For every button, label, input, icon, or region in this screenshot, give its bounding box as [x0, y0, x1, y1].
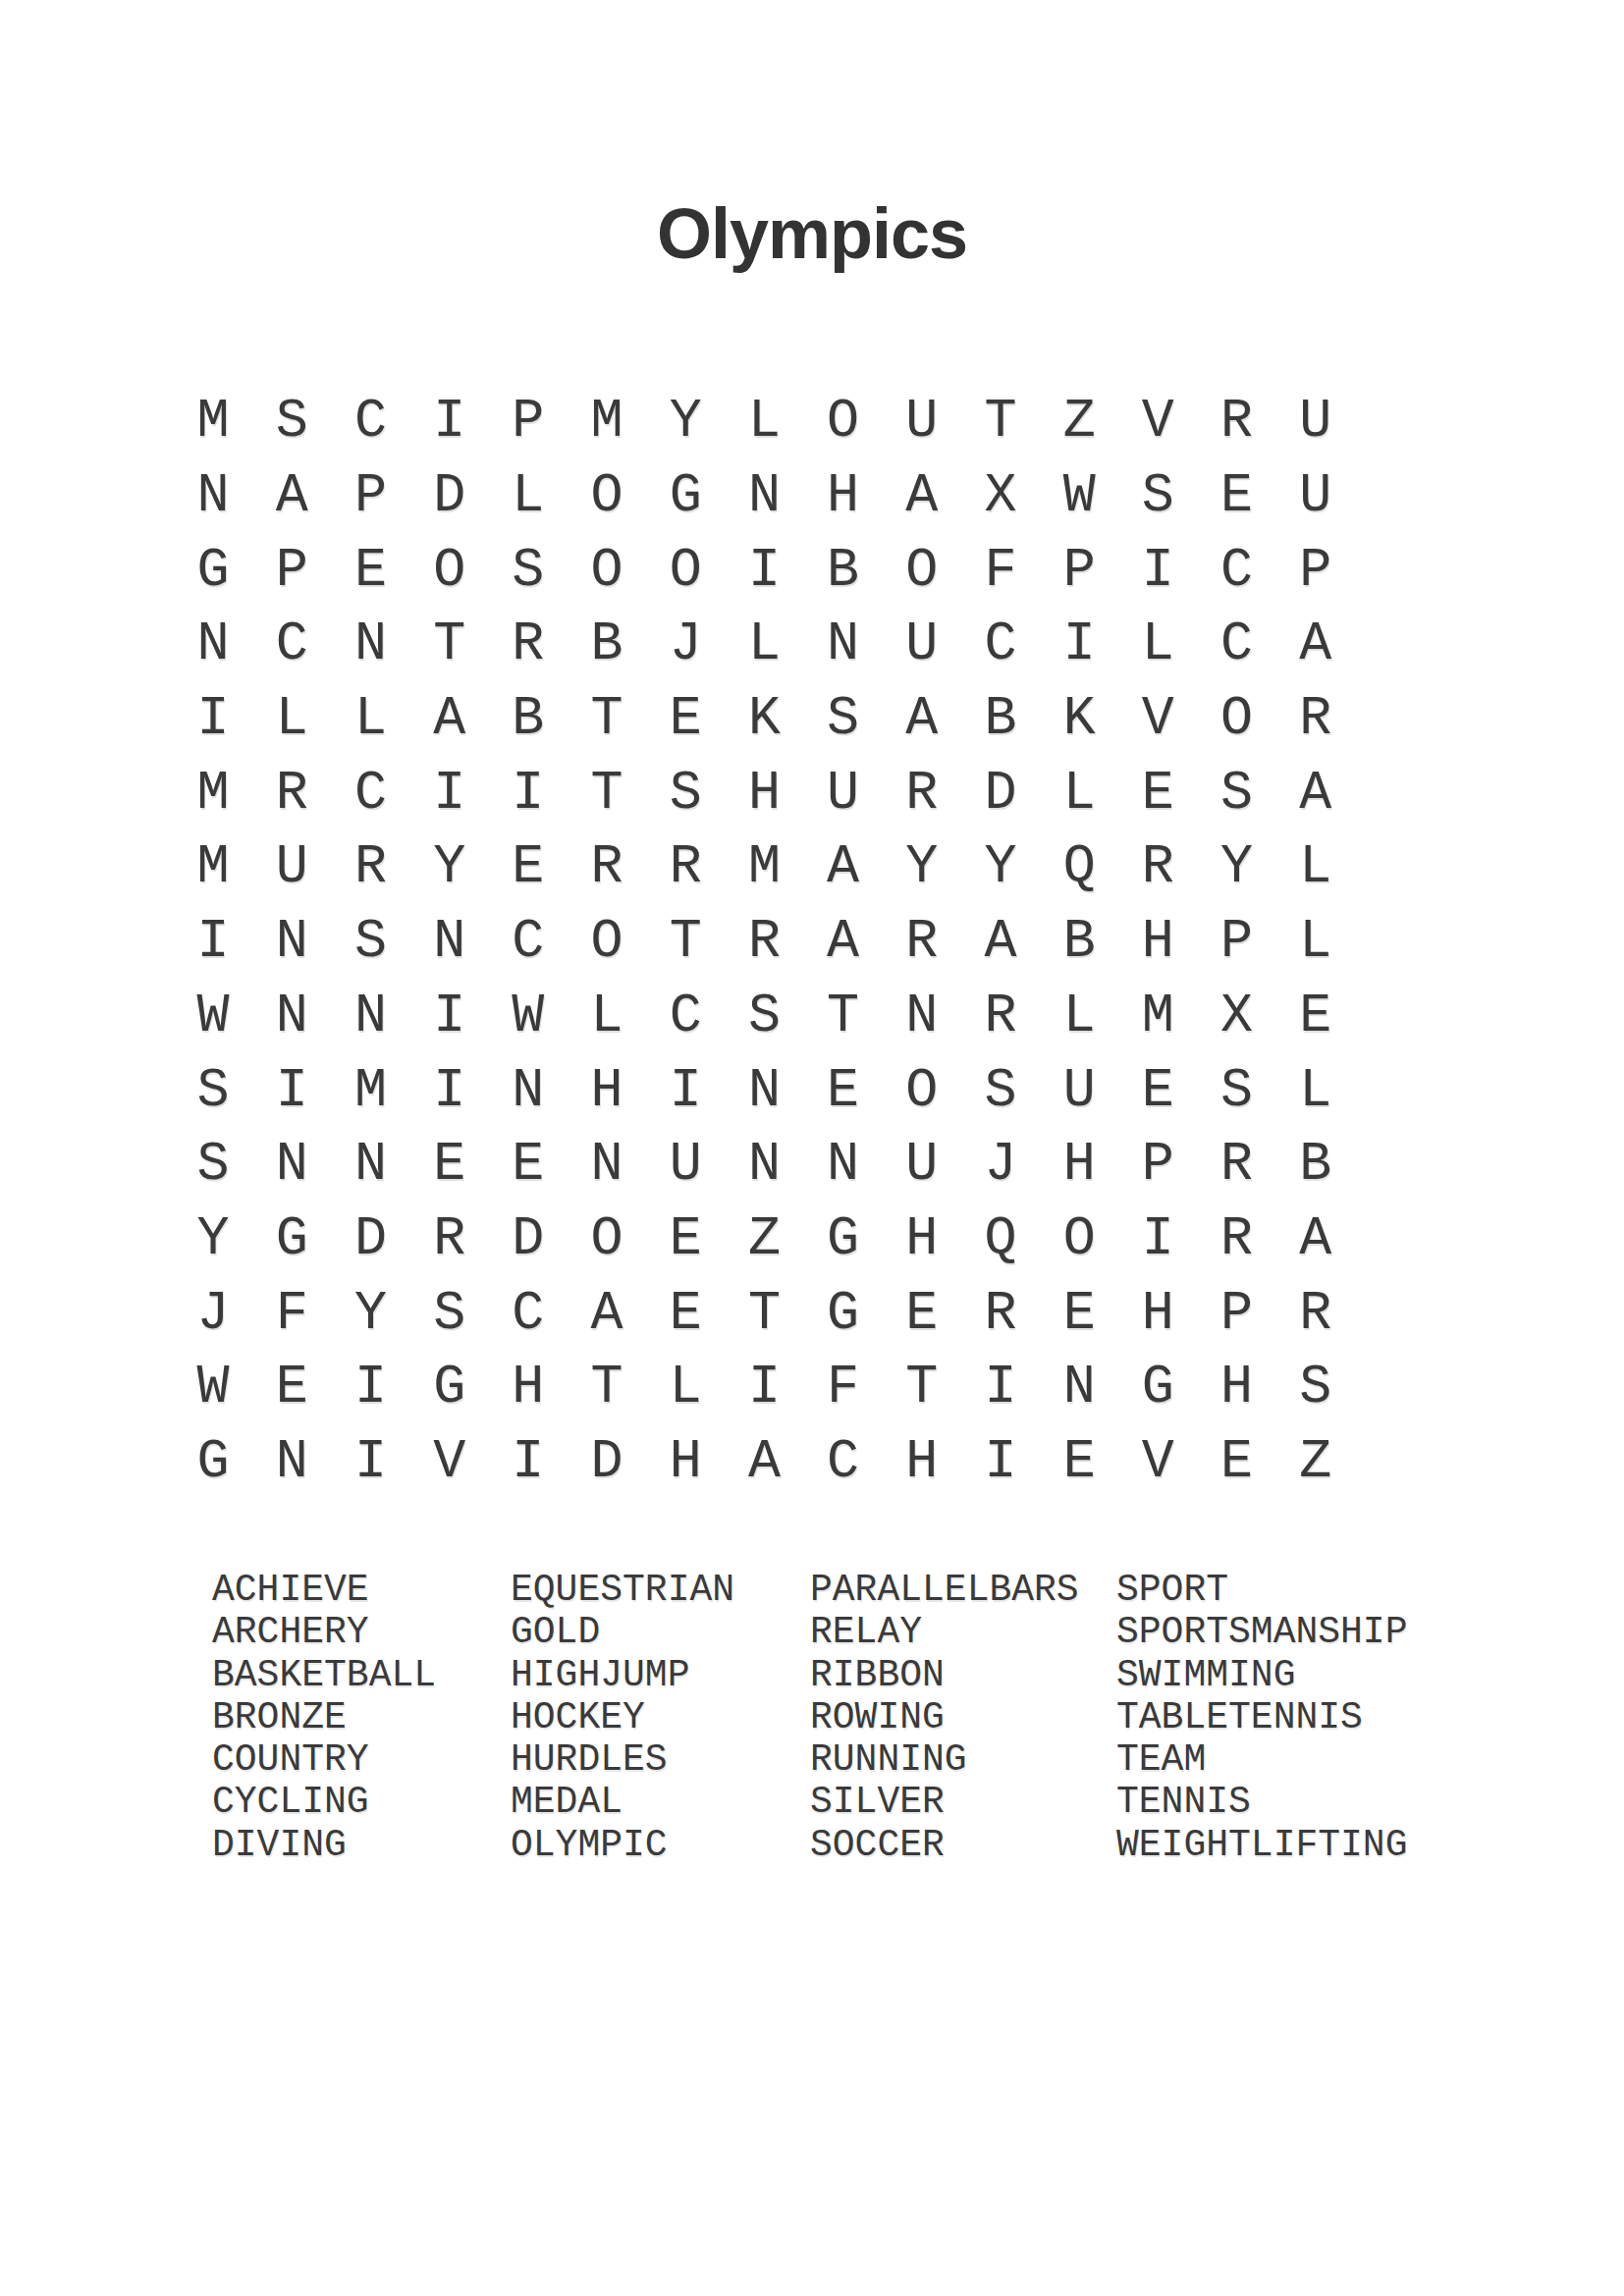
- grid-cell-r3c2: P: [252, 533, 331, 608]
- grid-cell-r12c15: A: [1276, 1202, 1355, 1277]
- word-list-item: OLYMPIC: [511, 1824, 734, 1866]
- word-list-item: HURDLES: [511, 1738, 734, 1781]
- grid-cell-r13c8: T: [725, 1276, 803, 1351]
- grid-cell-r4c1: N: [174, 608, 252, 682]
- grid-cell-r5c5: B: [489, 682, 568, 757]
- grid-cell-r14c8: I: [725, 1351, 803, 1425]
- grid-cell-r14c6: T: [568, 1351, 646, 1425]
- grid-cell-r13c14: P: [1197, 1276, 1275, 1351]
- grid-cell-r6c14: S: [1197, 756, 1275, 830]
- grid-cell-r12c9: G: [804, 1202, 883, 1277]
- grid-cell-r10c15: L: [1276, 1053, 1355, 1128]
- grid-cell-r11c15: B: [1276, 1128, 1355, 1202]
- grid-cell-r3c15: P: [1276, 533, 1355, 608]
- grid-cell-r8c8: R: [725, 905, 803, 980]
- grid-cell-r13c2: F: [252, 1276, 331, 1351]
- grid-cell-r14c12: N: [1040, 1351, 1118, 1425]
- grid-cell-r6c6: T: [568, 756, 646, 830]
- grid-cell-r8c13: H: [1118, 905, 1197, 980]
- word-list-item: TENNIS: [1116, 1781, 1407, 1823]
- grid-cell-r12c12: O: [1040, 1202, 1118, 1277]
- grid-cell-r3c6: O: [568, 533, 646, 608]
- grid-cell-r14c4: G: [410, 1351, 489, 1425]
- word-list-item: BASKETBALL: [212, 1654, 436, 1696]
- grid-cell-r12c7: E: [646, 1202, 725, 1277]
- grid-cell-r15c12: E: [1040, 1425, 1118, 1500]
- grid-cell-r15c14: E: [1197, 1425, 1275, 1500]
- word-list-item: PARALLELBARS: [810, 1569, 1079, 1611]
- grid-cell-r4c2: C: [252, 608, 331, 682]
- grid-cell-r13c5: C: [489, 1276, 568, 1351]
- grid-cell-r9c15: E: [1276, 980, 1355, 1054]
- grid-cell-r11c1: S: [174, 1128, 252, 1202]
- word-list-column-3: PARALLELBARSRELAYRIBBONROWINGRUNNINGSILV…: [810, 1569, 1079, 1866]
- grid-cell-r2c11: X: [961, 459, 1040, 534]
- grid-cell-r7c13: R: [1118, 830, 1197, 905]
- grid-cell-r2c8: N: [725, 459, 803, 534]
- word-list-item: HOCKEY: [511, 1696, 734, 1738]
- grid-cell-r14c10: T: [883, 1351, 961, 1425]
- grid-cell-r10c12: U: [1040, 1053, 1118, 1128]
- grid-cell-r12c4: R: [410, 1202, 489, 1277]
- grid-cell-r15c5: I: [489, 1425, 568, 1500]
- grid-cell-r3c3: E: [331, 533, 409, 608]
- grid-cell-r9c4: I: [410, 980, 489, 1054]
- grid-cell-r11c3: N: [331, 1128, 409, 1202]
- grid-cell-r12c14: R: [1197, 1202, 1275, 1277]
- grid-cell-r14c13: G: [1118, 1351, 1197, 1425]
- word-list-item: TEAM: [1116, 1738, 1407, 1781]
- grid-cell-r2c6: O: [568, 459, 646, 534]
- grid-cell-r4c9: N: [804, 608, 883, 682]
- grid-cell-r5c1: I: [174, 682, 252, 757]
- grid-cell-r8c7: T: [646, 905, 725, 980]
- grid-cell-r11c7: U: [646, 1128, 725, 1202]
- page-title: Olympics: [0, 198, 1624, 269]
- grid-cell-r15c15: Z: [1276, 1425, 1355, 1500]
- word-search-page: Olympics MSCIPMYLOUTZVRUNAPDLOGNHAXWSEUG…: [0, 0, 1624, 2296]
- grid-cell-r6c1: M: [174, 756, 252, 830]
- grid-cell-r9c10: N: [883, 980, 961, 1054]
- grid-cell-r1c2: S: [252, 385, 331, 459]
- grid-cell-r13c6: A: [568, 1276, 646, 1351]
- grid-cell-r10c6: H: [568, 1053, 646, 1128]
- grid-cell-r13c11: R: [961, 1276, 1040, 1351]
- grid-cell-r10c9: E: [804, 1053, 883, 1128]
- word-list-item: RUNNING: [810, 1738, 1079, 1781]
- grid-cell-r1c4: I: [410, 385, 489, 459]
- grid-cell-r6c9: U: [804, 756, 883, 830]
- grid-cell-r10c7: I: [646, 1053, 725, 1128]
- grid-cell-r13c15: R: [1276, 1276, 1355, 1351]
- grid-cell-r6c7: S: [646, 756, 725, 830]
- grid-cell-r9c7: C: [646, 980, 725, 1054]
- grid-cell-r9c1: W: [174, 980, 252, 1054]
- grid-cell-r6c12: L: [1040, 756, 1118, 830]
- grid-cell-r11c12: H: [1040, 1128, 1118, 1202]
- grid-cell-r3c4: O: [410, 533, 489, 608]
- grid-cell-r12c6: O: [568, 1202, 646, 1277]
- grid-cell-r3c7: O: [646, 533, 725, 608]
- grid-cell-r12c10: H: [883, 1202, 961, 1277]
- grid-cell-r10c1: S: [174, 1053, 252, 1128]
- grid-cell-r15c11: I: [961, 1425, 1040, 1500]
- grid-cell-r11c6: N: [568, 1128, 646, 1202]
- grid-cell-r7c7: R: [646, 830, 725, 905]
- grid-cell-r9c5: W: [489, 980, 568, 1054]
- grid-cell-r6c8: H: [725, 756, 803, 830]
- grid-cell-r1c8: L: [725, 385, 803, 459]
- word-list-item: RIBBON: [810, 1654, 1079, 1696]
- word-list-item: HIGHJUMP: [511, 1654, 734, 1696]
- grid-cell-r9c13: M: [1118, 980, 1197, 1054]
- grid-cell-r2c7: G: [646, 459, 725, 534]
- grid-cell-r3c9: B: [804, 533, 883, 608]
- grid-cell-r14c1: W: [174, 1351, 252, 1425]
- grid-cell-r3c5: S: [489, 533, 568, 608]
- grid-cell-r15c7: H: [646, 1425, 725, 1500]
- word-search-grid: MSCIPMYLOUTZVRUNAPDLOGNHAXWSEUGPEOSOOIBO…: [174, 385, 1355, 1499]
- grid-cell-r4c15: A: [1276, 608, 1355, 682]
- grid-cell-r7c14: Y: [1197, 830, 1275, 905]
- word-list-column-1: ACHIEVEARCHERYBASKETBALLBRONZECOUNTRYCYC…: [212, 1569, 436, 1866]
- grid-cell-r1c9: O: [804, 385, 883, 459]
- grid-cell-r4c3: N: [331, 608, 409, 682]
- grid-cell-r2c12: W: [1040, 459, 1118, 534]
- grid-cell-r3c12: P: [1040, 533, 1118, 608]
- word-list-column-2: EQUESTRIANGOLDHIGHJUMPHOCKEYHURDLESMEDAL…: [511, 1569, 734, 1866]
- grid-cell-r10c10: O: [883, 1053, 961, 1128]
- grid-cell-r7c9: A: [804, 830, 883, 905]
- grid-cell-r6c11: D: [961, 756, 1040, 830]
- grid-cell-r3c8: I: [725, 533, 803, 608]
- grid-cell-r8c9: A: [804, 905, 883, 980]
- word-list-column-4: SPORTSPORTSMANSHIPSWIMMINGTABLETENNISTEA…: [1116, 1569, 1407, 1866]
- grid-cell-r10c3: M: [331, 1053, 409, 1128]
- grid-cell-r5c7: E: [646, 682, 725, 757]
- grid-cell-r4c7: J: [646, 608, 725, 682]
- grid-cell-r1c14: R: [1197, 385, 1275, 459]
- grid-cell-r9c11: R: [961, 980, 1040, 1054]
- grid-cell-r7c11: Y: [961, 830, 1040, 905]
- grid-cell-r8c6: O: [568, 905, 646, 980]
- grid-cell-r12c2: G: [252, 1202, 331, 1277]
- grid-cell-r8c3: S: [331, 905, 409, 980]
- grid-cell-r15c10: H: [883, 1425, 961, 1500]
- grid-cell-r14c7: L: [646, 1351, 725, 1425]
- grid-cell-r13c12: E: [1040, 1276, 1118, 1351]
- word-list-item: MEDAL: [511, 1781, 734, 1823]
- grid-cell-r7c4: Y: [410, 830, 489, 905]
- grid-cell-r3c13: I: [1118, 533, 1197, 608]
- grid-cell-r12c3: D: [331, 1202, 409, 1277]
- grid-cell-r5c12: K: [1040, 682, 1118, 757]
- grid-cell-r6c15: A: [1276, 756, 1355, 830]
- grid-cell-r10c13: E: [1118, 1053, 1197, 1128]
- grid-cell-r6c13: E: [1118, 756, 1197, 830]
- grid-cell-r13c1: J: [174, 1276, 252, 1351]
- grid-cell-r11c5: E: [489, 1128, 568, 1202]
- grid-cell-r15c13: V: [1118, 1425, 1197, 1500]
- word-list-item: WEIGHTLIFTING: [1116, 1824, 1407, 1866]
- grid-cell-r4c6: B: [568, 608, 646, 682]
- grid-cell-r7c3: R: [331, 830, 409, 905]
- grid-cell-r2c9: H: [804, 459, 883, 534]
- grid-cell-r13c10: E: [883, 1276, 961, 1351]
- grid-cell-r6c4: I: [410, 756, 489, 830]
- grid-cell-r6c3: C: [331, 756, 409, 830]
- word-list-item: DIVING: [212, 1824, 436, 1866]
- grid-cell-r14c2: E: [252, 1351, 331, 1425]
- word-list-item: CYCLING: [212, 1781, 436, 1823]
- grid-cell-r9c14: X: [1197, 980, 1275, 1054]
- grid-cell-r8c1: I: [174, 905, 252, 980]
- grid-cell-r11c9: N: [804, 1128, 883, 1202]
- grid-cell-r15c9: C: [804, 1425, 883, 1500]
- grid-cell-r8c5: C: [489, 905, 568, 980]
- word-list-item: RELAY: [810, 1611, 1079, 1653]
- grid-cell-r5c14: O: [1197, 682, 1275, 757]
- grid-cell-r5c11: B: [961, 682, 1040, 757]
- grid-cell-r9c6: L: [568, 980, 646, 1054]
- grid-cell-r4c10: U: [883, 608, 961, 682]
- grid-cell-r2c3: P: [331, 459, 409, 534]
- grid-cell-r4c4: T: [410, 608, 489, 682]
- grid-cell-r9c8: S: [725, 980, 803, 1054]
- grid-cell-r11c11: J: [961, 1128, 1040, 1202]
- grid-cell-r12c11: Q: [961, 1202, 1040, 1277]
- grid-cell-r10c8: N: [725, 1053, 803, 1128]
- grid-cell-r9c2: N: [252, 980, 331, 1054]
- grid-cell-r15c2: N: [252, 1425, 331, 1500]
- grid-cell-r5c13: V: [1118, 682, 1197, 757]
- grid-cell-r1c11: T: [961, 385, 1040, 459]
- grid-cell-r7c6: R: [568, 830, 646, 905]
- grid-cell-r14c3: I: [331, 1351, 409, 1425]
- word-list-item: COUNTRY: [212, 1738, 436, 1781]
- grid-cell-r2c1: N: [174, 459, 252, 534]
- grid-cell-r3c14: C: [1197, 533, 1275, 608]
- grid-cell-r1c1: M: [174, 385, 252, 459]
- grid-cell-r11c4: E: [410, 1128, 489, 1202]
- grid-cell-r1c6: M: [568, 385, 646, 459]
- grid-cell-r8c15: L: [1276, 905, 1355, 980]
- grid-cell-r3c1: G: [174, 533, 252, 608]
- grid-cell-r11c10: U: [883, 1128, 961, 1202]
- grid-cell-r8c12: B: [1040, 905, 1118, 980]
- grid-cell-r10c4: I: [410, 1053, 489, 1128]
- grid-cell-r2c2: A: [252, 459, 331, 534]
- grid-cell-r1c12: Z: [1040, 385, 1118, 459]
- grid-cell-r2c4: D: [410, 459, 489, 534]
- grid-cell-r13c13: H: [1118, 1276, 1197, 1351]
- grid-cell-r6c5: I: [489, 756, 568, 830]
- grid-cell-r6c10: R: [883, 756, 961, 830]
- grid-cell-r2c15: U: [1276, 459, 1355, 534]
- word-list-item: ARCHERY: [212, 1611, 436, 1653]
- grid-cell-r1c3: C: [331, 385, 409, 459]
- grid-cell-r2c14: E: [1197, 459, 1275, 534]
- grid-cell-r11c8: N: [725, 1128, 803, 1202]
- grid-cell-r5c15: R: [1276, 682, 1355, 757]
- grid-cell-r7c1: M: [174, 830, 252, 905]
- grid-cell-r13c7: E: [646, 1276, 725, 1351]
- grid-cell-r11c2: N: [252, 1128, 331, 1202]
- grid-cell-r14c11: I: [961, 1351, 1040, 1425]
- grid-cell-r8c10: R: [883, 905, 961, 980]
- grid-cell-r4c5: R: [489, 608, 568, 682]
- grid-cell-r4c12: I: [1040, 608, 1118, 682]
- word-list-item: SILVER: [810, 1781, 1079, 1823]
- grid-cell-r1c13: V: [1118, 385, 1197, 459]
- grid-cell-r10c5: N: [489, 1053, 568, 1128]
- grid-cell-r14c5: H: [489, 1351, 568, 1425]
- grid-cell-r7c12: Q: [1040, 830, 1118, 905]
- grid-cell-r14c14: H: [1197, 1351, 1275, 1425]
- grid-cell-r4c14: C: [1197, 608, 1275, 682]
- grid-cell-r1c15: U: [1276, 385, 1355, 459]
- word-list-item: TABLETENNIS: [1116, 1696, 1407, 1738]
- grid-cell-r5c10: A: [883, 682, 961, 757]
- grid-cell-r2c5: L: [489, 459, 568, 534]
- grid-cell-r5c9: S: [804, 682, 883, 757]
- grid-cell-r13c3: Y: [331, 1276, 409, 1351]
- grid-cell-r14c15: S: [1276, 1351, 1355, 1425]
- grid-cell-r10c2: I: [252, 1053, 331, 1128]
- grid-cell-r5c4: A: [410, 682, 489, 757]
- word-list-item: EQUESTRIAN: [511, 1569, 734, 1611]
- grid-cell-r7c10: Y: [883, 830, 961, 905]
- grid-cell-r12c1: Y: [174, 1202, 252, 1277]
- grid-cell-r8c14: P: [1197, 905, 1275, 980]
- grid-cell-r8c11: A: [961, 905, 1040, 980]
- grid-cell-r1c10: U: [883, 385, 961, 459]
- grid-cell-r8c4: N: [410, 905, 489, 980]
- word-list-item: SPORTSMANSHIP: [1116, 1611, 1407, 1653]
- grid-cell-r4c8: L: [725, 608, 803, 682]
- grid-cell-r15c8: A: [725, 1425, 803, 1500]
- grid-cell-r10c14: S: [1197, 1053, 1275, 1128]
- word-list-item: BRONZE: [212, 1696, 436, 1738]
- word-list-item: SOCCER: [810, 1824, 1079, 1866]
- grid-cell-r6c2: R: [252, 756, 331, 830]
- grid-cell-r9c9: T: [804, 980, 883, 1054]
- grid-cell-r4c11: C: [961, 608, 1040, 682]
- grid-cell-r3c11: F: [961, 533, 1040, 608]
- word-list-item: ACHIEVE: [212, 1569, 436, 1611]
- grid-cell-r5c8: K: [725, 682, 803, 757]
- grid-cell-r10c11: S: [961, 1053, 1040, 1128]
- grid-cell-r1c7: Y: [646, 385, 725, 459]
- grid-cell-r12c5: D: [489, 1202, 568, 1277]
- word-list-item: GOLD: [511, 1611, 734, 1653]
- word-list-item: ROWING: [810, 1696, 1079, 1738]
- grid-cell-r7c2: U: [252, 830, 331, 905]
- grid-cell-r7c8: M: [725, 830, 803, 905]
- grid-cell-r13c9: G: [804, 1276, 883, 1351]
- grid-cell-r15c4: V: [410, 1425, 489, 1500]
- grid-cell-r11c13: P: [1118, 1128, 1197, 1202]
- grid-cell-r9c12: L: [1040, 980, 1118, 1054]
- grid-cell-r15c3: I: [331, 1425, 409, 1500]
- grid-cell-r14c9: F: [804, 1351, 883, 1425]
- grid-cell-r12c8: Z: [725, 1202, 803, 1277]
- grid-cell-r4c13: L: [1118, 608, 1197, 682]
- grid-cell-r11c14: R: [1197, 1128, 1275, 1202]
- grid-cell-r9c3: N: [331, 980, 409, 1054]
- grid-cell-r12c13: I: [1118, 1202, 1197, 1277]
- word-list-item: SPORT: [1116, 1569, 1407, 1611]
- grid-cell-r7c15: L: [1276, 830, 1355, 905]
- grid-cell-r2c13: S: [1118, 459, 1197, 534]
- grid-cell-r1c5: P: [489, 385, 568, 459]
- word-list-item: SWIMMING: [1116, 1654, 1407, 1696]
- grid-cell-r5c6: T: [568, 682, 646, 757]
- grid-cell-r13c4: S: [410, 1276, 489, 1351]
- grid-cell-r7c5: E: [489, 830, 568, 905]
- grid-cell-r15c6: D: [568, 1425, 646, 1500]
- grid-cell-r15c1: G: [174, 1425, 252, 1500]
- grid-cell-r8c2: N: [252, 905, 331, 980]
- grid-cell-r3c10: O: [883, 533, 961, 608]
- grid-cell-r5c3: L: [331, 682, 409, 757]
- grid-cell-r5c2: L: [252, 682, 331, 757]
- grid-cell-r2c10: A: [883, 459, 961, 534]
